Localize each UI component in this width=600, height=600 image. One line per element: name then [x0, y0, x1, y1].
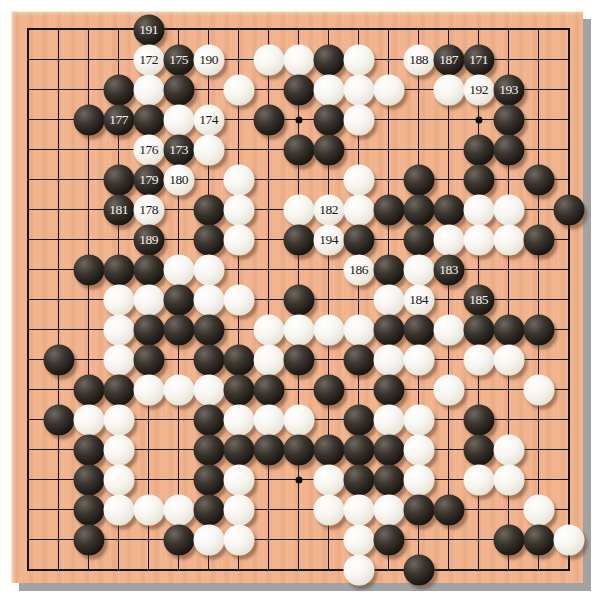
white-stone[interactable] [223, 524, 254, 555]
white-stone[interactable] [283, 314, 314, 345]
black-stone[interactable] [133, 254, 164, 285]
black-stone[interactable] [73, 434, 104, 465]
black-stone[interactable] [193, 434, 224, 465]
white-stone[interactable] [223, 224, 254, 255]
black-stone[interactable] [343, 404, 374, 435]
star-point [295, 116, 302, 123]
white-stone[interactable] [133, 494, 164, 525]
white-stone[interactable] [433, 224, 464, 255]
white-stone[interactable] [283, 404, 314, 435]
white-stone[interactable] [463, 194, 494, 225]
white-stone[interactable] [403, 434, 434, 465]
white-stone[interactable] [433, 74, 464, 105]
black-stone[interactable] [193, 344, 224, 375]
move-number-label: 188 [409, 53, 428, 67]
black-stone[interactable] [283, 224, 314, 255]
white-stone[interactable] [403, 254, 434, 285]
white-stone[interactable] [253, 404, 284, 435]
white-stone[interactable] [343, 494, 374, 525]
board-grid: 1911721751901881871711921931771741761731… [28, 29, 569, 570]
white-stone[interactable] [373, 344, 404, 375]
black-stone[interactable] [343, 464, 374, 495]
black-stone[interactable] [163, 524, 194, 555]
white-stone[interactable]: 188 [403, 44, 434, 75]
black-stone[interactable] [133, 104, 164, 135]
white-stone[interactable] [103, 344, 134, 375]
move-number-label: 184 [409, 293, 428, 307]
white-stone[interactable] [103, 404, 134, 435]
black-stone[interactable] [283, 74, 314, 105]
black-stone[interactable] [493, 104, 524, 135]
white-stone[interactable]: 194 [313, 224, 344, 255]
white-stone[interactable] [343, 74, 374, 105]
black-stone[interactable] [373, 434, 404, 465]
move-number-label: 183 [439, 263, 458, 277]
star-point [295, 476, 302, 483]
black-stone[interactable] [403, 164, 434, 195]
black-stone[interactable] [433, 194, 464, 225]
white-stone[interactable] [193, 134, 224, 165]
black-stone[interactable] [193, 314, 224, 345]
move-number-label: 175 [169, 53, 188, 67]
move-number-label: 180 [169, 173, 188, 187]
white-stone[interactable] [493, 194, 524, 225]
black-stone[interactable] [253, 104, 284, 135]
black-stone[interactable] [493, 134, 524, 165]
black-stone[interactable]: 175 [163, 44, 194, 75]
white-stone[interactable] [163, 374, 194, 405]
black-stone[interactable] [343, 224, 374, 255]
white-stone[interactable] [493, 224, 524, 255]
black-stone[interactable] [43, 344, 74, 375]
white-stone[interactable] [223, 464, 254, 495]
black-stone[interactable]: 171 [463, 44, 494, 75]
black-stone[interactable] [433, 494, 464, 525]
black-stone[interactable] [253, 374, 284, 405]
black-stone[interactable] [73, 524, 104, 555]
black-stone[interactable] [313, 434, 344, 465]
black-stone[interactable]: 189 [133, 224, 164, 255]
white-stone[interactable] [313, 74, 344, 105]
black-stone[interactable] [73, 104, 104, 135]
black-stone[interactable] [343, 344, 374, 375]
black-stone[interactable]: 179 [133, 164, 164, 195]
white-stone[interactable] [283, 44, 314, 75]
black-stone[interactable] [523, 164, 554, 195]
white-stone[interactable] [403, 464, 434, 495]
black-stone[interactable] [373, 314, 404, 345]
white-stone[interactable] [223, 404, 254, 435]
move-number-label: 193 [499, 83, 518, 97]
black-stone[interactable] [223, 344, 254, 375]
move-number-label: 189 [139, 233, 158, 247]
go-diagram-page: 1911721751901881871711921931771741761731… [0, 0, 600, 600]
black-stone[interactable] [223, 434, 254, 465]
white-stone[interactable] [373, 284, 404, 315]
white-stone[interactable] [193, 374, 224, 405]
white-stone[interactable] [313, 494, 344, 525]
white-stone[interactable] [73, 404, 104, 435]
white-stone[interactable] [163, 254, 194, 285]
black-stone[interactable] [403, 194, 434, 225]
white-stone[interactable] [193, 254, 224, 285]
white-stone[interactable] [433, 374, 464, 405]
white-stone[interactable]: 174 [193, 104, 224, 135]
move-number-label: 171 [469, 53, 488, 67]
white-stone[interactable] [283, 194, 314, 225]
white-stone[interactable] [223, 284, 254, 315]
white-stone[interactable] [403, 404, 434, 435]
black-stone[interactable] [223, 374, 254, 405]
go-board[interactable]: 1911721751901881871711921931771741761731… [11, 11, 583, 583]
black-stone[interactable] [163, 284, 194, 315]
white-stone[interactable] [553, 524, 584, 555]
white-stone[interactable] [253, 344, 284, 375]
black-stone[interactable] [103, 74, 134, 105]
black-stone[interactable] [523, 314, 554, 345]
move-number-label: 179 [139, 173, 158, 187]
black-stone[interactable] [463, 314, 494, 345]
white-stone[interactable] [343, 44, 374, 75]
white-stone[interactable]: 190 [193, 44, 224, 75]
black-stone[interactable] [73, 374, 104, 405]
white-stone[interactable] [463, 464, 494, 495]
white-stone[interactable] [493, 434, 524, 465]
white-stone[interactable] [223, 74, 254, 105]
white-stone[interactable] [253, 314, 284, 345]
move-number-label: 177 [109, 113, 128, 127]
black-stone[interactable] [313, 374, 344, 405]
black-stone[interactable]: 173 [163, 134, 194, 165]
white-stone[interactable] [313, 314, 344, 345]
move-number-label: 178 [139, 203, 158, 217]
black-stone[interactable] [163, 74, 194, 105]
white-stone[interactable] [103, 434, 134, 465]
white-stone[interactable] [343, 104, 374, 135]
white-stone[interactable]: 184 [403, 284, 434, 315]
black-stone[interactable] [283, 434, 314, 465]
white-stone[interactable] [103, 284, 134, 315]
black-stone[interactable] [313, 134, 344, 165]
black-stone[interactable]: 177 [103, 104, 134, 135]
white-stone[interactable] [343, 164, 374, 195]
move-number-label: 186 [349, 263, 368, 277]
black-stone[interactable] [403, 224, 434, 255]
black-stone[interactable]: 191 [133, 14, 164, 45]
black-stone[interactable] [373, 524, 404, 555]
black-stone[interactable] [373, 194, 404, 225]
black-stone[interactable] [313, 44, 344, 75]
white-stone[interactable] [193, 524, 224, 555]
white-stone[interactable] [193, 284, 224, 315]
star-point [475, 116, 482, 123]
black-stone[interactable] [193, 464, 224, 495]
black-stone[interactable] [343, 434, 374, 465]
white-stone[interactable] [103, 494, 134, 525]
move-number-label: 187 [439, 53, 458, 67]
black-stone[interactable] [403, 494, 434, 525]
white-stone[interactable] [163, 494, 194, 525]
black-stone[interactable] [523, 224, 554, 255]
black-stone[interactable] [73, 494, 104, 525]
white-stone[interactable] [403, 344, 434, 375]
move-number-label: 194 [319, 233, 338, 247]
black-stone[interactable] [373, 254, 404, 285]
black-stone[interactable] [193, 404, 224, 435]
move-number-label: 190 [199, 53, 218, 67]
white-stone[interactable] [343, 194, 374, 225]
white-stone[interactable] [463, 224, 494, 255]
white-stone[interactable]: 192 [463, 74, 494, 105]
black-stone[interactable]: 185 [463, 284, 494, 315]
move-number-label: 176 [139, 143, 158, 157]
black-stone[interactable] [193, 494, 224, 525]
black-stone[interactable] [73, 464, 104, 495]
black-stone[interactable]: 181 [103, 194, 134, 225]
white-stone[interactable] [493, 344, 524, 375]
white-stone[interactable] [343, 554, 374, 585]
black-stone[interactable] [493, 314, 524, 345]
black-stone[interactable] [283, 134, 314, 165]
move-number-label: 174 [199, 113, 218, 127]
black-stone[interactable] [193, 224, 224, 255]
white-stone[interactable] [343, 524, 374, 555]
black-stone[interactable]: 183 [433, 254, 464, 285]
black-stone[interactable] [73, 254, 104, 285]
black-stone[interactable] [43, 404, 74, 435]
move-number-label: 191 [139, 23, 158, 37]
white-stone[interactable]: 180 [163, 164, 194, 195]
white-stone[interactable] [523, 374, 554, 405]
white-stone[interactable]: 182 [313, 194, 344, 225]
white-stone[interactable] [133, 284, 164, 315]
black-stone[interactable] [253, 434, 284, 465]
white-stone[interactable] [463, 344, 494, 375]
white-stone[interactable] [103, 314, 134, 345]
white-stone[interactable]: 172 [133, 44, 164, 75]
white-stone[interactable] [373, 404, 404, 435]
white-stone[interactable] [433, 314, 464, 345]
white-stone[interactable] [163, 104, 194, 135]
black-stone[interactable] [463, 434, 494, 465]
black-stone[interactable] [403, 554, 434, 585]
black-stone[interactable] [103, 164, 134, 195]
black-stone[interactable] [163, 314, 194, 345]
white-stone[interactable] [313, 464, 344, 495]
black-stone[interactable] [463, 134, 494, 165]
white-stone[interactable] [253, 44, 284, 75]
white-stone[interactable] [493, 464, 524, 495]
white-stone[interactable] [133, 374, 164, 405]
black-stone[interactable] [133, 344, 164, 375]
white-stone[interactable]: 178 [133, 194, 164, 225]
white-stone[interactable] [133, 74, 164, 105]
black-stone[interactable] [193, 194, 224, 225]
black-stone[interactable]: 193 [493, 74, 524, 105]
move-number-label: 192 [469, 83, 488, 97]
white-stone[interactable] [103, 464, 134, 495]
black-stone[interactable] [463, 404, 494, 435]
black-stone[interactable] [403, 314, 434, 345]
white-stone[interactable]: 176 [133, 134, 164, 165]
black-stone[interactable]: 187 [433, 44, 464, 75]
move-number-label: 185 [469, 293, 488, 307]
move-number-label: 182 [319, 203, 338, 217]
black-stone[interactable] [553, 194, 584, 225]
move-number-label: 173 [169, 143, 188, 157]
black-stone[interactable] [103, 254, 134, 285]
black-stone[interactable] [523, 524, 554, 555]
move-number-label: 172 [139, 53, 158, 67]
black-stone[interactable] [463, 164, 494, 195]
black-stone[interactable] [373, 374, 404, 405]
black-stone[interactable] [283, 284, 314, 315]
black-stone[interactable] [493, 524, 524, 555]
white-stone[interactable]: 186 [343, 254, 374, 285]
black-stone[interactable] [133, 314, 164, 345]
black-stone[interactable] [373, 464, 404, 495]
move-number-label: 181 [109, 203, 128, 217]
white-stone[interactable] [343, 314, 374, 345]
black-stone[interactable] [103, 374, 134, 405]
white-stone[interactable] [373, 74, 404, 105]
white-stone[interactable] [373, 494, 404, 525]
white-stone[interactable] [223, 194, 254, 225]
white-stone[interactable] [523, 494, 554, 525]
white-stone[interactable] [223, 494, 254, 525]
white-stone[interactable] [223, 164, 254, 195]
black-stone[interactable] [313, 104, 344, 135]
black-stone[interactable] [283, 344, 314, 375]
